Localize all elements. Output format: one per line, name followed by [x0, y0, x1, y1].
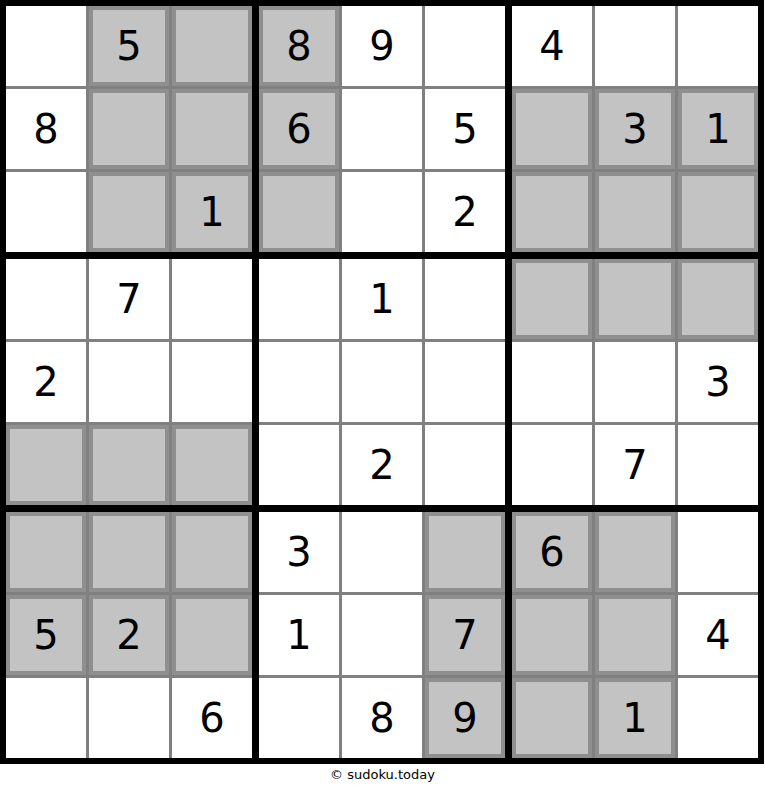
cell-r9c7[interactable]: [512, 678, 592, 758]
cell-r7c6[interactable]: [425, 512, 505, 592]
cell-r4c5[interactable]: 1: [342, 259, 422, 339]
cell-r8c9[interactable]: 4: [678, 595, 758, 675]
cell-r4c1[interactable]: [6, 259, 86, 339]
cell-r3c4[interactable]: [259, 172, 339, 252]
cell-r6c2[interactable]: [89, 425, 169, 505]
cell-r3c3[interactable]: 1: [172, 172, 252, 252]
cell-r2c4[interactable]: 6: [259, 89, 339, 169]
cell-r4c7[interactable]: [512, 259, 592, 339]
cell-r1c2[interactable]: 5: [89, 6, 169, 86]
sudoku-page: 5818965243172123752631789641 © sudoku.to…: [0, 0, 765, 785]
cell-r4c4[interactable]: [259, 259, 339, 339]
box-r1c1: 581: [6, 6, 252, 252]
cell-r9c2[interactable]: [89, 678, 169, 758]
cell-r1c3[interactable]: [172, 6, 252, 86]
box-r3c1: 526: [6, 512, 252, 758]
cell-r8c1[interactable]: 5: [6, 595, 86, 675]
cell-r3c5[interactable]: [342, 172, 422, 252]
box-r1c2: 89652: [259, 6, 505, 252]
cell-r3c6[interactable]: 2: [425, 172, 505, 252]
cell-r9c3[interactable]: 6: [172, 678, 252, 758]
cell-r7c8[interactable]: [595, 512, 675, 592]
cell-r1c8[interactable]: [595, 6, 675, 86]
cell-r5c2[interactable]: [89, 342, 169, 422]
cell-r7c9[interactable]: [678, 512, 758, 592]
box-r3c2: 31789: [259, 512, 505, 758]
cell-r7c3[interactable]: [172, 512, 252, 592]
sudoku-board: 5818965243172123752631789641: [0, 0, 764, 764]
cell-r6c9[interactable]: [678, 425, 758, 505]
box-r1c3: 431: [512, 6, 758, 252]
cell-r5c3[interactable]: [172, 342, 252, 422]
cell-r2c5[interactable]: [342, 89, 422, 169]
cell-r8c2[interactable]: 2: [89, 595, 169, 675]
cell-r7c7[interactable]: 6: [512, 512, 592, 592]
cell-r9c4[interactable]: [259, 678, 339, 758]
cell-r6c4[interactable]: [259, 425, 339, 505]
cell-r5c6[interactable]: [425, 342, 505, 422]
cell-r5c9[interactable]: 3: [678, 342, 758, 422]
cell-r3c8[interactable]: [595, 172, 675, 252]
cell-r2c3[interactable]: [172, 89, 252, 169]
cell-r9c8[interactable]: 1: [595, 678, 675, 758]
box-r2c2: 12: [259, 259, 505, 505]
cell-r7c2[interactable]: [89, 512, 169, 592]
cell-r1c5[interactable]: 9: [342, 6, 422, 86]
credit-text: © sudoku.today: [0, 767, 765, 782]
cell-r5c4[interactable]: [259, 342, 339, 422]
cell-r2c9[interactable]: 1: [678, 89, 758, 169]
cell-r3c2[interactable]: [89, 172, 169, 252]
cell-r8c8[interactable]: [595, 595, 675, 675]
box-r2c3: 37: [512, 259, 758, 505]
cell-r1c1[interactable]: [6, 6, 86, 86]
cell-r1c7[interactable]: 4: [512, 6, 592, 86]
cell-r4c3[interactable]: [172, 259, 252, 339]
cell-r4c6[interactable]: [425, 259, 505, 339]
cell-r6c5[interactable]: 2: [342, 425, 422, 505]
cell-r8c5[interactable]: [342, 595, 422, 675]
cell-r4c2[interactable]: 7: [89, 259, 169, 339]
cell-r9c6[interactable]: 9: [425, 678, 505, 758]
cell-r2c6[interactable]: 5: [425, 89, 505, 169]
cell-r2c2[interactable]: [89, 89, 169, 169]
cell-r4c8[interactable]: [595, 259, 675, 339]
cell-r1c4[interactable]: 8: [259, 6, 339, 86]
cell-r8c3[interactable]: [172, 595, 252, 675]
cell-r7c5[interactable]: [342, 512, 422, 592]
cell-r2c8[interactable]: 3: [595, 89, 675, 169]
cell-r8c6[interactable]: 7: [425, 595, 505, 675]
cell-r6c1[interactable]: [6, 425, 86, 505]
box-r3c3: 641: [512, 512, 758, 758]
cell-r3c7[interactable]: [512, 172, 592, 252]
cell-r6c3[interactable]: [172, 425, 252, 505]
cell-r2c1[interactable]: 8: [6, 89, 86, 169]
cell-r1c6[interactable]: [425, 6, 505, 86]
cell-r5c7[interactable]: [512, 342, 592, 422]
cell-r9c5[interactable]: 8: [342, 678, 422, 758]
cell-r5c1[interactable]: 2: [6, 342, 86, 422]
cell-r7c4[interactable]: 3: [259, 512, 339, 592]
cell-r8c4[interactable]: 1: [259, 595, 339, 675]
cell-r7c1[interactable]: [6, 512, 86, 592]
cell-r6c6[interactable]: [425, 425, 505, 505]
cell-r9c1[interactable]: [6, 678, 86, 758]
cell-r3c9[interactable]: [678, 172, 758, 252]
cell-r9c9[interactable]: [678, 678, 758, 758]
cell-r6c8[interactable]: 7: [595, 425, 675, 505]
cell-r1c9[interactable]: [678, 6, 758, 86]
cell-r5c5[interactable]: [342, 342, 422, 422]
cell-r6c7[interactable]: [512, 425, 592, 505]
cell-r5c8[interactable]: [595, 342, 675, 422]
cell-r8c7[interactable]: [512, 595, 592, 675]
cell-r4c9[interactable]: [678, 259, 758, 339]
box-r2c1: 72: [6, 259, 252, 505]
cell-r2c7[interactable]: [512, 89, 592, 169]
cell-r3c1[interactable]: [6, 172, 86, 252]
